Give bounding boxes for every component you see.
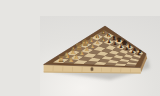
white-pawn: ♟ xyxy=(68,56,74,64)
chess-set-photo: ♜♜♞♟♟♞♝♟♟♝♛♟♟♚♟♚♟♟♝♛♟♞♟♟♜♝♟♟♞♟♜♟ Wooden … xyxy=(40,16,160,96)
black-pawn: ♟ xyxy=(131,50,134,54)
white-pawn: ♟ xyxy=(96,40,100,45)
black-pawn: ♟ xyxy=(125,47,128,51)
black-pawn: ♟ xyxy=(137,52,140,56)
white-rook: ♜ xyxy=(101,30,105,35)
black-pawn: ♟ xyxy=(119,44,122,49)
white-knight: ♞ xyxy=(95,33,100,39)
white-pawn: ♟ xyxy=(85,46,90,52)
white-pawn: ♟ xyxy=(90,43,94,49)
white-pawn: ♟ xyxy=(79,50,84,56)
black-pawn: ♟ xyxy=(107,39,111,44)
white-pawn: ♟ xyxy=(107,34,110,38)
white-pawn: ♟ xyxy=(101,37,105,42)
black-pawn: ♟ xyxy=(113,41,117,46)
white-rook: ♜ xyxy=(58,55,65,64)
chess-board-scene: ♜♜♞♟♟♞♝♟♟♝♛♟♟♚♟♚♟♟♝♛♟♞♟♟♜♝♟♟♞♟♜♟ xyxy=(40,16,160,96)
white-pawn: ♟ xyxy=(74,53,80,60)
